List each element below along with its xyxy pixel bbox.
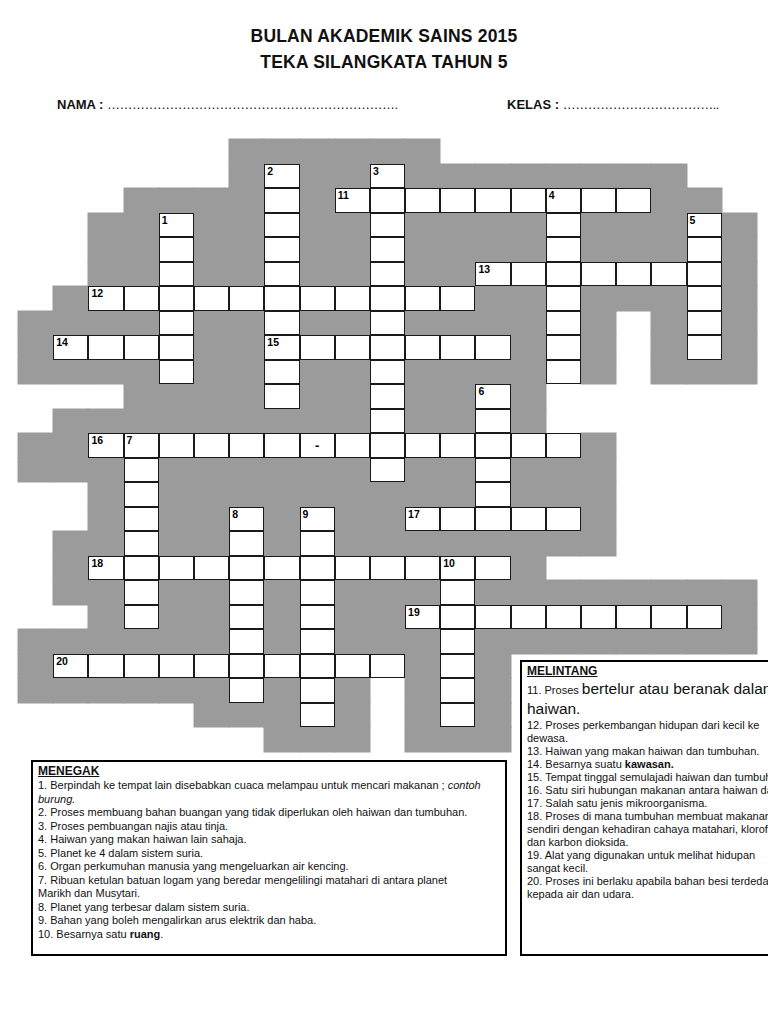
grid-cell[interactable]: 18 [88,556,123,581]
grid-cell[interactable] [440,654,475,679]
grid-cell[interactable] [300,580,335,605]
board-background-cell [440,237,475,262]
grid-cell[interactable]: 6 [475,384,510,409]
grid-cell[interactable]: - [300,433,335,458]
board-background-cell [440,164,475,189]
across-clue-line: 13. Haiwan yang makan haiwan dan tumbuha… [527,745,768,758]
grid-cell[interactable] [124,482,159,507]
grid-cell[interactable] [335,286,370,311]
grid-cell[interactable] [300,703,335,728]
grid-cell[interactable] [475,605,510,630]
board-background-cell [194,629,229,654]
board-background-cell [335,139,370,164]
grid-cell[interactable] [264,188,299,213]
outside-area [124,139,159,164]
board-background-cell [651,237,686,262]
board-background-cell [53,678,88,703]
grid-cell[interactable] [440,433,475,458]
grid-cell[interactable] [546,311,581,336]
grid-cell[interactable] [546,335,581,360]
grid-cell[interactable] [475,335,510,360]
board-background-cell [370,139,405,164]
down-clues-box: MENEGAK 1. Berpindah ke tempat lain dise… [31,760,507,956]
outside-area [124,164,159,189]
clue-text: 15. Tempat tinggal semulajadi haiwan dan… [527,771,768,783]
grid-cell[interactable] [300,286,335,311]
board-background-cell [440,409,475,434]
board-background-cell [335,360,370,385]
grid-cell[interactable] [440,629,475,654]
grid-cell[interactable] [124,654,159,679]
grid-cell[interactable] [440,286,475,311]
board-background-cell [335,384,370,409]
board-background-cell [651,164,686,189]
board-background-cell [405,531,440,556]
grid-cell[interactable] [687,262,722,287]
grid-cell[interactable] [159,262,194,287]
grid-cell[interactable] [335,654,370,679]
board-background-cell [581,507,616,532]
board-background-cell [581,360,616,385]
outside-area [370,678,405,703]
grid-cell[interactable]: 8 [229,507,264,532]
board-background-cell [581,580,616,605]
grid-cell[interactable]: 16 [88,433,123,458]
board-background-cell [124,237,159,262]
outside-area [581,556,616,581]
grid-cell[interactable] [370,409,405,434]
outside-area [53,164,88,189]
clue-text: 16. Satu siri hubungan makanan antara ha… [527,784,768,796]
outside-area [546,409,581,434]
grid-cell[interactable]: 9 [300,507,335,532]
clue-number: 2 [267,165,273,177]
board-background-cell [229,311,264,336]
grid-cell[interactable] [194,556,229,581]
outside-area [18,580,53,605]
grid-cell[interactable] [264,213,299,238]
board-background-cell [722,311,757,336]
class-blank-line[interactable]: ……………………………….. [563,97,719,112]
outside-area [616,360,651,385]
grid-cell[interactable] [229,629,264,654]
board-background-cell [88,605,123,630]
grid-cell[interactable]: 14 [53,335,88,360]
grid-cell[interactable] [546,262,581,287]
clue-text: dewasa. [527,732,568,744]
grid-cell[interactable] [616,188,651,213]
grid-cell[interactable]: 5 [687,213,722,238]
board-background-cell [300,727,335,752]
board-background-cell [405,164,440,189]
outside-area [53,262,88,287]
outside-area [53,482,88,507]
outside-area [159,703,194,728]
grid-cell[interactable] [300,678,335,703]
grid-cell[interactable] [335,433,370,458]
across-clues-title: MELINTANG [527,664,768,679]
board-background-cell [194,678,229,703]
clue-number: 7 [127,434,133,446]
grid-cell[interactable] [440,703,475,728]
clue-text: kawasan. [625,758,674,770]
grid-cell[interactable] [511,262,546,287]
clue-text: kepada air dan udara. [527,888,634,900]
grid-cell[interactable] [124,458,159,483]
grid-cell[interactable] [546,237,581,262]
grid-cell[interactable] [124,531,159,556]
board-background-cell [581,237,616,262]
grid-cell[interactable] [229,580,264,605]
outside-area [616,556,651,581]
outside-area [687,139,722,164]
grid-cell[interactable] [300,556,335,581]
clue-text: 18. Proses di mana tumbuhan membuat maka… [527,810,768,822]
clue-text: contoh [448,779,481,791]
board-background-cell [229,213,264,238]
grid-cell[interactable] [475,188,510,213]
across-clue-line: kepada air dan udara. [527,888,768,901]
clue-text: 10. Besarnya satu [38,928,130,940]
board-background-cell [88,409,123,434]
grid-cell[interactable] [405,286,440,311]
grid-cell[interactable] [370,335,405,360]
outside-area [616,311,651,336]
outside-area [651,458,686,483]
board-background-cell [405,139,440,164]
grid-cell[interactable]: 17 [405,507,440,532]
grid-cell[interactable] [229,433,264,458]
grid-cell[interactable] [159,654,194,679]
grid-cell[interactable]: 15 [264,335,299,360]
board-background-cell [370,507,405,532]
outside-area [581,139,616,164]
outside-area [18,409,53,434]
grid-cell[interactable] [511,188,546,213]
grid-cell[interactable] [370,654,405,679]
grid-cell[interactable] [581,605,616,630]
grid-cell[interactable] [440,678,475,703]
grid-cell[interactable] [440,507,475,532]
board-background-cell [124,262,159,287]
grid-cell[interactable] [264,286,299,311]
board-background-cell [511,556,546,581]
grid-cell[interactable] [511,605,546,630]
across-clue-line: sendiri dengan kehadiran cahaya matahari… [527,823,768,836]
clue-text: bertelur atau beranak dalam [582,680,768,697]
grid-cell[interactable]: 2 [264,164,299,189]
grid-cell[interactable] [194,286,229,311]
grid-cell[interactable]: 4 [546,188,581,213]
grid-cell[interactable] [300,531,335,556]
board-background-cell [616,237,651,262]
page-title: BULAN AKADEMIK SAINS 2015 [0,26,768,46]
board-background-cell [511,237,546,262]
grid-cell[interactable] [300,654,335,679]
clue-text: 5. Planet ke 4 dalam sistem suria. [38,847,203,859]
grid-cell[interactable] [546,360,581,385]
grid-cell[interactable] [475,556,510,581]
outside-area [687,507,722,532]
grid-cell[interactable] [581,262,616,287]
grid-cell[interactable]: 11 [335,188,370,213]
grid-cell[interactable] [264,556,299,581]
grid-cell[interactable] [440,605,475,630]
grid-cell[interactable] [88,654,123,679]
grid-cell[interactable]: 20 [53,654,88,679]
board-background-cell [687,580,722,605]
grid-cell[interactable] [370,188,405,213]
board-background-cell [18,335,53,360]
clue-text: 1. Berpindah ke tempat lain disebabkan c… [38,779,448,791]
board-background-cell [405,678,440,703]
grid-cell[interactable]: 12 [88,286,123,311]
outside-area [370,727,405,752]
board-background-cell [194,360,229,385]
outside-area [159,139,194,164]
grid-cell[interactable] [229,556,264,581]
board-background-cell [335,727,370,752]
grid-cell[interactable] [264,311,299,336]
grid-cell[interactable]: 19 [405,605,440,630]
grid-cell[interactable] [370,311,405,336]
grid-cell[interactable] [370,384,405,409]
board-background-cell [124,678,159,703]
grid-cell[interactable] [159,556,194,581]
grid-cell[interactable] [511,507,546,532]
grid-cell[interactable] [475,482,510,507]
board-background-cell [53,531,88,556]
grid-cell[interactable] [511,433,546,458]
grid-cell[interactable] [616,605,651,630]
board-background-cell [405,409,440,434]
grid-cell[interactable]: 7 [124,433,159,458]
grid-cell[interactable] [475,507,510,532]
grid-cell[interactable] [335,335,370,360]
board-background-cell [651,335,686,360]
grid-cell[interactable] [159,335,194,360]
board-background-cell [88,507,123,532]
board-background-cell [722,286,757,311]
grid-cell[interactable] [370,213,405,238]
across-clue-line: 14. Besarnya suatu kawasan. [527,758,768,771]
grid-cell[interactable] [229,286,264,311]
board-background-cell [475,629,510,654]
board-background-cell [511,213,546,238]
across-clue-line: dan karbon dioksida. [527,836,768,849]
across-clue-line: 20. Proses ini berlaku apabila bahan bes… [527,875,768,888]
clue-text: . [160,928,163,940]
grid-cell[interactable] [124,605,159,630]
across-clue-line: 15. Tempat tinggal semulajadi haiwan dan… [527,771,768,784]
grid-cell[interactable] [581,188,616,213]
grid-cell[interactable] [687,335,722,360]
grid-cell[interactable] [546,605,581,630]
down-clue-line: 7. Ribuan ketulan batuan logam yang bere… [38,874,500,888]
clue-text: 3. Proses pembuangan najis atau tinja. [38,820,228,832]
grid-cell[interactable] [264,433,299,458]
board-background-cell [159,580,194,605]
outside-area [440,139,475,164]
grid-cell[interactable] [229,654,264,679]
board-background-cell [581,458,616,483]
grid-cell[interactable] [687,237,722,262]
outside-area [722,139,757,164]
grid-cell[interactable] [264,384,299,409]
board-background-cell [722,360,757,385]
grid-cell[interactable] [159,286,194,311]
grid-cell[interactable] [370,433,405,458]
name-field[interactable]: NAMA : ……………………………………………………………. [57,97,398,112]
board-background-cell [370,629,405,654]
grid-cell[interactable] [264,237,299,262]
outside-area [616,139,651,164]
grid-cell[interactable] [124,556,159,581]
board-background-cell [405,237,440,262]
grid-cell[interactable] [546,286,581,311]
grid-cell[interactable] [264,654,299,679]
grid-cell[interactable] [440,580,475,605]
board-background-cell [651,580,686,605]
grid-cell[interactable] [194,433,229,458]
board-background-cell [651,286,686,311]
grid-cell[interactable] [440,335,475,360]
board-background-cell [264,482,299,507]
grid-cell[interactable] [405,556,440,581]
board-background-cell [300,311,335,336]
grid-cell[interactable]: 3 [370,164,405,189]
board-background-cell [581,164,616,189]
board-background-cell [687,360,722,385]
outside-area [18,605,53,630]
grid-cell[interactable] [88,335,123,360]
board-background-cell [405,262,440,287]
grid-cell[interactable] [159,360,194,385]
board-background-cell [194,605,229,630]
outside-area [616,531,651,556]
board-background-cell [475,360,510,385]
grid-cell[interactable]: 1 [159,213,194,238]
grid-cell[interactable] [229,531,264,556]
grid-cell[interactable] [475,409,510,434]
grid-cell[interactable] [124,580,159,605]
name-blank-line[interactable]: ……………………………………………………………. [107,97,398,112]
grid-cell[interactable] [159,433,194,458]
board-background-cell [264,703,299,728]
clue-number: 19 [408,606,420,618]
clue-text: dan karbon dioksida. [527,836,629,848]
board-background-cell [546,164,581,189]
outside-area [616,433,651,458]
outside-area [722,433,757,458]
board-background-cell [440,360,475,385]
grid-cell[interactable] [651,262,686,287]
outside-area [616,335,651,360]
board-background-cell [194,482,229,507]
board-background-cell [405,384,440,409]
across-clues-box: MELINTANG 11. Proses bertelur atau beran… [520,660,768,956]
board-background-cell [475,237,510,262]
board-background-cell [159,188,194,213]
grid-cell[interactable] [370,262,405,287]
grid-cell[interactable] [405,433,440,458]
clue-text: Marikh dan Musytari. [38,887,140,899]
clue-number: 9 [303,508,309,520]
grid-cell[interactable] [651,605,686,630]
grid-cell[interactable] [370,458,405,483]
board-background-cell [300,213,335,238]
board-background-cell [194,384,229,409]
grid-cell[interactable] [370,360,405,385]
grid-cell[interactable] [370,237,405,262]
clue-text: 14. Besarnya suatu [527,758,625,770]
board-background-cell [194,262,229,287]
grid-cell[interactable] [370,286,405,311]
board-background-cell [511,580,546,605]
grid-cell[interactable] [687,286,722,311]
down-clue-line: 5. Planet ke 4 dalam sistem suria. [38,847,500,861]
board-background-cell [405,580,440,605]
outside-area [616,384,651,409]
grid-cell[interactable] [264,360,299,385]
board-background-cell [335,605,370,630]
grid-cell[interactable] [687,311,722,336]
board-background-cell [405,654,440,679]
grid-cell[interactable] [405,335,440,360]
grid-cell[interactable] [159,237,194,262]
board-background-cell [651,213,686,238]
grid-cell[interactable] [546,213,581,238]
grid-cell[interactable] [300,629,335,654]
grid-cell[interactable] [300,335,335,360]
grid-cell[interactable] [687,605,722,630]
grid-cell[interactable] [405,188,440,213]
grid-cell[interactable]: 10 [440,556,475,581]
board-background-cell [511,482,546,507]
down-clue-line: 8. Planet yang terbesar dalam sistem sur… [38,901,500,915]
grid-cell[interactable] [546,507,581,532]
grid-cell[interactable] [124,335,159,360]
board-background-cell [264,139,299,164]
grid-cell[interactable] [229,678,264,703]
board-background-cell [300,262,335,287]
clue-number: 4 [549,189,555,201]
grid-cell[interactable] [300,605,335,630]
grid-cell[interactable] [124,286,159,311]
grid-cell[interactable] [475,433,510,458]
grid-cell[interactable]: 13 [475,262,510,287]
grid-cell[interactable] [370,556,405,581]
grid-cell[interactable] [194,654,229,679]
board-background-cell [687,629,722,654]
grid-cell[interactable] [229,605,264,630]
outside-area [18,164,53,189]
grid-cell[interactable] [546,433,581,458]
grid-cell[interactable] [124,507,159,532]
grid-cell[interactable] [159,311,194,336]
board-background-cell [300,482,335,507]
outside-area [687,409,722,434]
outside-area [687,556,722,581]
grid-cell[interactable] [440,188,475,213]
board-background-cell [581,286,616,311]
class-field[interactable]: KELAS : ……………………………….. [507,97,719,112]
grid-cell[interactable] [616,262,651,287]
grid-cell[interactable] [335,556,370,581]
down-clue-line: 10. Besarnya satu ruang. [38,928,500,942]
grid-cell[interactable] [264,262,299,287]
grid-cell[interactable] [475,458,510,483]
